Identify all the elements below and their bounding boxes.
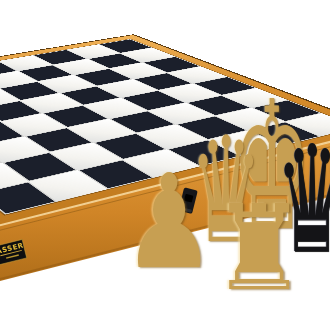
white-pawn-glyph: ♟ [122, 174, 215, 272]
white-rook-glyph: ♜ [211, 204, 306, 293]
scene: ASSER ♚ ♛ ♛ ♟ ♜ [0, 0, 330, 330]
white-rook-piece: ♜ [206, 204, 312, 293]
